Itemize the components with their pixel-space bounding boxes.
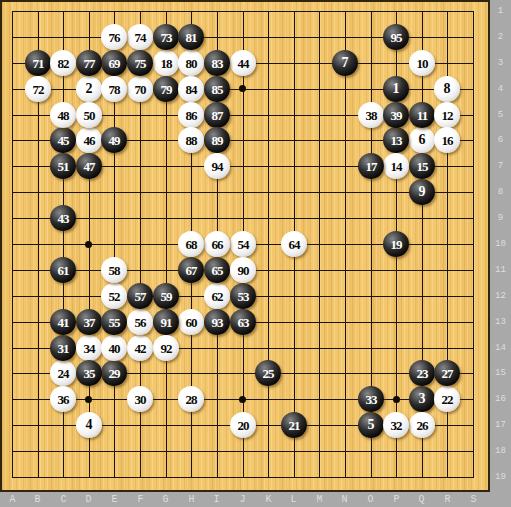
go-board[interactable]: 1234567891011121314151617181920212223242… [0,0,490,492]
row-label: 13 [490,316,511,328]
star-point [85,396,92,403]
move-number: 77 [84,57,95,70]
move-number: 67 [186,264,197,277]
move-number: 8 [444,82,451,96]
stone-black: 87 [204,102,230,128]
stone-white: 86 [178,102,204,128]
stone-black: 39 [383,102,409,128]
stone-white: 64 [281,231,307,257]
move-number: 58 [109,264,120,277]
stone-white: 46 [76,127,102,153]
stone-white: 94 [204,153,230,179]
move-number: 72 [33,83,44,96]
move-number: 7 [342,56,349,70]
row-label: 18 [490,445,511,457]
stone-black: 41 [50,309,76,335]
move-number: 24 [58,367,69,380]
move-number: 56 [135,316,146,329]
stone-black: 13 [383,127,409,153]
row-label: 19 [490,471,511,483]
move-number: 41 [58,316,69,329]
stone-black: 91 [153,309,179,335]
move-number: 57 [135,290,146,303]
move-number: 51 [58,160,69,173]
col-label: I [210,494,223,506]
move-number: 1 [393,82,400,96]
move-number: 21 [289,419,300,432]
stone-black: 89 [204,127,230,153]
stone-black: 45 [50,127,76,153]
stone-black: 51 [50,153,76,179]
move-number: 79 [161,83,172,96]
move-number: 42 [135,342,146,355]
move-number: 81 [186,31,197,44]
move-number: 38 [366,109,377,122]
move-number: 34 [84,342,95,355]
col-label: M [313,494,326,506]
move-number: 11 [417,109,427,122]
move-number: 63 [238,316,249,329]
stone-white: 48 [50,102,76,128]
stone-black: 53 [230,283,256,309]
stone-black: 15 [409,153,435,179]
move-number: 95 [391,31,402,44]
stone-white: 80 [178,50,204,76]
grid-line [12,477,474,478]
stone-white: 16 [434,127,460,153]
stone-black: 83 [204,50,230,76]
col-label: G [159,494,172,506]
stone-white: 40 [101,335,127,361]
stone-white: 18 [153,50,179,76]
move-number: 4 [86,418,93,432]
col-label: C [57,494,70,506]
star-point [239,396,246,403]
stone-white: 68 [178,231,204,257]
move-number: 87 [212,109,223,122]
move-number: 35 [84,367,95,380]
move-number: 5 [368,418,375,432]
stone-black: 57 [127,283,153,309]
stone-white: 76 [101,24,127,50]
move-number: 76 [109,31,120,44]
stone-black: 49 [101,127,127,153]
move-number: 20 [238,419,249,432]
stone-white: 70 [127,76,153,102]
stone-white: 38 [358,102,384,128]
stone-black: 27 [434,360,460,386]
grid-line [319,11,320,478]
stone-black: 3 [409,386,435,412]
row-label: 4 [490,83,511,95]
row-label: 8 [490,186,511,198]
stone-white: 24 [50,360,76,386]
move-number: 33 [366,393,377,406]
col-label: L [287,494,300,506]
stone-black: 77 [76,50,102,76]
move-number: 69 [109,57,120,70]
stone-white: 10 [409,50,435,76]
move-number: 32 [391,419,402,432]
move-number: 80 [186,57,197,70]
stone-black: 93 [204,309,230,335]
row-label: 7 [490,160,511,172]
move-number: 27 [442,367,453,380]
col-label: D [82,494,95,506]
stone-white: 78 [101,76,127,102]
row-label: 11 [490,264,511,276]
move-number: 55 [109,316,120,329]
move-number: 48 [58,109,69,122]
stone-white: 42 [127,335,153,361]
col-label: J [236,494,249,506]
grid-line [345,11,346,478]
stone-white: 6 [409,127,435,153]
stone-black: 35 [76,360,102,386]
move-number: 59 [161,290,172,303]
move-number: 31 [58,342,69,355]
stone-black: 1 [383,76,409,102]
col-label: K [262,494,275,506]
row-label: 1 [490,5,511,17]
row-coordinates: 12345678910111213141516171819 [490,0,511,493]
stone-white: 8 [434,76,460,102]
go-kifu-viewer: 1234567891011121314151617181920212223242… [0,0,511,507]
col-label: R [441,494,454,506]
grid-line [268,11,269,478]
stone-white: 52 [101,283,127,309]
col-label: B [31,494,44,506]
move-number: 17 [366,160,377,173]
stone-white: 44 [230,50,256,76]
stone-black: 33 [358,386,384,412]
move-number: 23 [417,367,428,380]
stone-black: 37 [76,309,102,335]
move-number: 29 [109,367,120,380]
move-number: 88 [186,134,197,147]
move-number: 65 [212,264,223,277]
move-number: 46 [84,134,95,147]
stone-black: 61 [50,257,76,283]
move-number: 94 [212,160,223,173]
stone-white: 88 [178,127,204,153]
move-number: 40 [109,342,120,355]
stone-black: 29 [101,360,127,386]
grid-line [473,11,474,478]
move-number: 2 [86,82,93,96]
row-label: 10 [490,238,511,250]
move-number: 92 [161,342,172,355]
move-number: 71 [33,57,44,70]
stone-white: 82 [50,50,76,76]
move-number: 84 [186,83,197,96]
row-label: 9 [490,212,511,224]
move-number: 78 [109,83,120,96]
stone-black: 11 [409,102,435,128]
move-number: 53 [238,290,249,303]
stone-black: 59 [153,283,179,309]
row-label: 6 [490,134,511,146]
stone-white: 60 [178,309,204,335]
stone-white: 14 [383,153,409,179]
stone-black: 71 [25,50,51,76]
move-number: 14 [391,160,402,173]
move-number: 75 [135,57,146,70]
row-label: 16 [490,393,511,405]
stone-black: 63 [230,309,256,335]
move-number: 15 [417,160,428,173]
move-number: 3 [419,392,426,406]
col-label: P [390,494,403,506]
stone-white: 22 [434,386,460,412]
row-label: 2 [490,31,511,43]
move-number: 50 [84,109,95,122]
stone-black: 31 [50,335,76,361]
row-label: 3 [490,57,511,69]
move-number: 36 [58,393,69,406]
stone-black: 43 [50,205,76,231]
stone-black: 69 [101,50,127,76]
col-label: E [108,494,121,506]
stone-white: 30 [127,386,153,412]
move-number: 13 [391,134,402,147]
stone-white: 72 [25,76,51,102]
move-number: 18 [161,57,172,70]
move-number: 66 [212,238,223,251]
stone-white: 20 [230,412,256,438]
row-label: 15 [490,367,511,379]
stone-black: 81 [178,24,204,50]
stone-black: 75 [127,50,153,76]
star-point [239,85,246,92]
move-number: 70 [135,83,146,96]
stone-white: 36 [50,386,76,412]
stone-black: 65 [204,257,230,283]
move-number: 73 [161,31,172,44]
move-number: 37 [84,316,95,329]
col-label: F [134,494,147,506]
stone-white: 74 [127,24,153,50]
move-number: 9 [419,185,426,199]
move-number: 83 [212,57,223,70]
stone-black: 55 [101,309,127,335]
col-label: H [185,494,198,506]
col-label: S [467,494,480,506]
move-number: 52 [109,290,120,303]
stone-white: 90 [230,257,256,283]
move-number: 22 [442,393,453,406]
stone-black: 23 [409,360,435,386]
stone-white: 26 [409,412,435,438]
stone-white: 56 [127,309,153,335]
stone-black: 73 [153,24,179,50]
stone-white: 32 [383,412,409,438]
column-coordinates: ABCDEFGHIJKLMNOPQRS [0,493,511,507]
move-number: 6 [419,133,426,147]
stone-white: 66 [204,231,230,257]
star-point [393,396,400,403]
row-label: 12 [490,290,511,302]
stone-white: 92 [153,335,179,361]
stone-black: 25 [255,360,281,386]
stone-black: 7 [332,50,358,76]
move-number: 62 [212,290,223,303]
move-number: 89 [212,134,223,147]
stone-white: 58 [101,257,127,283]
move-number: 90 [238,264,249,277]
move-number: 43 [58,212,69,225]
stone-black: 67 [178,257,204,283]
col-label: N [338,494,351,506]
col-label: O [364,494,377,506]
move-number: 45 [58,134,69,147]
stone-black: 95 [383,24,409,50]
row-label: 17 [490,419,511,431]
stone-black: 85 [204,76,230,102]
move-number: 12 [442,109,453,122]
move-number: 68 [186,238,197,251]
move-number: 60 [186,316,197,329]
stone-black: 9 [409,179,435,205]
grid-line [12,451,474,452]
stone-black: 19 [383,231,409,257]
move-number: 16 [442,134,453,147]
move-number: 44 [238,57,249,70]
move-number: 64 [289,238,300,251]
stone-white: 12 [434,102,460,128]
stone-white: 84 [178,76,204,102]
stone-black: 17 [358,153,384,179]
star-point [85,241,92,248]
stone-white: 28 [178,386,204,412]
move-number: 61 [58,264,69,277]
stone-white: 4 [76,412,102,438]
move-number: 86 [186,109,197,122]
col-label: Q [415,494,428,506]
move-number: 82 [58,57,69,70]
move-number: 26 [417,419,428,432]
row-label: 5 [490,109,511,121]
move-number: 54 [238,238,249,251]
stone-white: 34 [76,335,102,361]
stone-black: 21 [281,412,307,438]
move-number: 47 [84,160,95,173]
stone-white: 62 [204,283,230,309]
move-number: 19 [391,238,402,251]
move-number: 91 [161,316,172,329]
stone-black: 5 [358,412,384,438]
stone-black: 79 [153,76,179,102]
stone-white: 54 [230,231,256,257]
move-number: 93 [212,316,223,329]
col-label: A [6,494,19,506]
move-number: 39 [391,109,402,122]
stone-white: 2 [76,76,102,102]
move-number: 74 [135,31,146,44]
move-number: 25 [263,367,274,380]
move-number: 85 [212,83,223,96]
row-label: 14 [490,342,511,354]
move-number: 28 [186,393,197,406]
stone-black: 47 [76,153,102,179]
stone-white: 50 [76,102,102,128]
move-number: 49 [109,134,120,147]
move-number: 30 [135,393,146,406]
move-number: 10 [417,57,428,70]
